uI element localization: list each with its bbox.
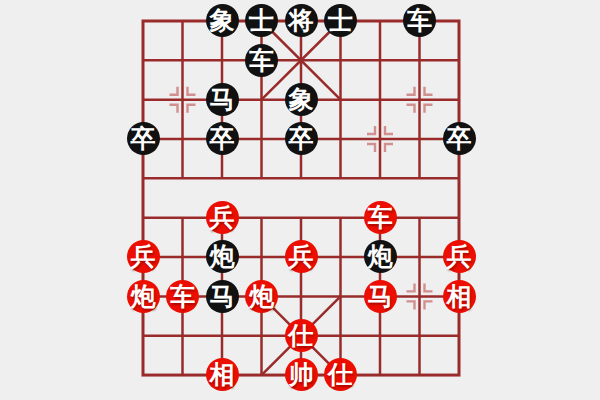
piece-red-chariot[interactable]: 车 xyxy=(364,201,397,234)
xiangqi-app: 象士将士车车马象卒卒卒卒炮炮马兵车兵兵兵炮车炮马相仕相帅仕 xyxy=(0,0,600,400)
piece-black-horse[interactable]: 马 xyxy=(206,83,239,116)
piece-red-general[interactable]: 帅 xyxy=(285,358,318,391)
piece-red-chariot[interactable]: 车 xyxy=(166,280,199,313)
piece-red-cannon[interactable]: 炮 xyxy=(127,280,160,313)
piece-black-cannon[interactable]: 炮 xyxy=(206,240,239,273)
piece-black-chariot[interactable]: 车 xyxy=(403,4,436,37)
piece-black-elephant[interactable]: 象 xyxy=(206,4,239,37)
piece-red-soldier[interactable]: 兵 xyxy=(206,201,239,234)
piece-red-elephant[interactable]: 相 xyxy=(206,358,239,391)
piece-black-soldier[interactable]: 卒 xyxy=(127,122,160,155)
piece-red-advisor[interactable]: 仕 xyxy=(324,358,357,391)
piece-black-cannon[interactable]: 炮 xyxy=(364,240,397,273)
piece-black-soldier[interactable]: 卒 xyxy=(443,122,476,155)
piece-black-horse[interactable]: 马 xyxy=(206,280,239,313)
piece-red-soldier[interactable]: 兵 xyxy=(285,240,318,273)
piece-black-elephant[interactable]: 象 xyxy=(285,83,318,116)
piece-red-elephant[interactable]: 相 xyxy=(443,280,476,313)
piece-red-cannon[interactable]: 炮 xyxy=(245,280,278,313)
piece-red-soldier[interactable]: 兵 xyxy=(443,240,476,273)
piece-black-soldier[interactable]: 卒 xyxy=(285,122,318,155)
piece-red-advisor[interactable]: 仕 xyxy=(285,319,318,352)
xiangqi-board[interactable]: 象士将士车车马象卒卒卒卒炮炮马兵车兵兵兵炮车炮马相仕相帅仕 xyxy=(123,1,479,394)
piece-black-advisor[interactable]: 士 xyxy=(324,4,357,37)
piece-black-advisor[interactable]: 士 xyxy=(245,4,278,37)
piece-red-soldier[interactable]: 兵 xyxy=(127,240,160,273)
piece-black-general[interactable]: 将 xyxy=(285,4,318,37)
piece-black-chariot[interactable]: 车 xyxy=(245,44,278,77)
piece-black-soldier[interactable]: 卒 xyxy=(206,122,239,155)
piece-red-horse[interactable]: 马 xyxy=(364,280,397,313)
